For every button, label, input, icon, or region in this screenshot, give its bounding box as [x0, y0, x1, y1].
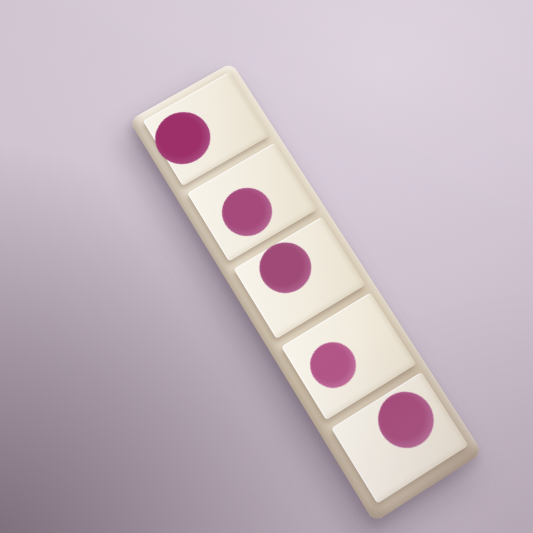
bar-base: [129, 62, 483, 522]
fragrance-dot: [250, 234, 321, 304]
fragrance-dot: [145, 102, 220, 174]
fragrance-dot: [302, 333, 365, 396]
bar-segments: [143, 72, 469, 503]
fragrance-dot: [212, 179, 281, 245]
wax-melt-bar: [129, 62, 483, 522]
fragrance-dot: [367, 382, 444, 460]
product-photo: [0, 0, 533, 533]
